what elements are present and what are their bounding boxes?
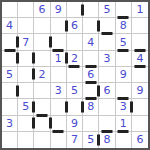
- sudoku-cell-r4c8[interactable]: [132, 67, 148, 83]
- sudoku-cell-r7c0[interactable]: 3: [2, 116, 18, 132]
- sudoku-cell-r3c4[interactable]: 2: [67, 51, 83, 67]
- sudoku-cell-r8c5[interactable]: 5: [83, 132, 99, 148]
- given-digit: 5: [120, 37, 127, 48]
- given-digit: 7: [22, 37, 29, 48]
- consecutive-marker-vertical: [130, 101, 133, 112]
- sudoku-cell-r5c1[interactable]: [18, 83, 34, 99]
- consecutive-marker-vertical: [97, 134, 100, 145]
- given-digit: 9: [136, 85, 143, 96]
- sudoku-board: 69514687451234526935695833917586: [0, 0, 150, 150]
- given-digit: 6: [103, 85, 110, 96]
- consecutive-marker-vertical: [16, 85, 19, 96]
- given-digit: 5: [87, 134, 94, 145]
- given-digit: 5: [103, 4, 110, 15]
- given-digit: 1: [120, 118, 127, 129]
- sudoku-cell-r0c2[interactable]: 6: [34, 2, 50, 18]
- consecutive-marker-vertical: [16, 37, 19, 48]
- sudoku-cell-r0c1[interactable]: [18, 2, 34, 18]
- given-digit: 5: [6, 69, 13, 80]
- given-digit: 7: [71, 134, 78, 145]
- sudoku-cell-r2c4[interactable]: [67, 34, 83, 50]
- sudoku-cell-r7c1[interactable]: [18, 116, 34, 132]
- sudoku-cell-r7c7[interactable]: 1: [116, 116, 132, 132]
- sudoku-cell-r5c4[interactable]: 5: [67, 83, 83, 99]
- given-digit: 5: [71, 85, 78, 96]
- sudoku-cell-r0c6[interactable]: 5: [99, 2, 115, 18]
- consecutive-marker-vertical: [32, 69, 35, 80]
- sudoku-cell-r3c7[interactable]: [116, 51, 132, 67]
- consecutive-marker-horizontal: [37, 114, 48, 117]
- sudoku-cell-r7c5[interactable]: [83, 116, 99, 132]
- given-digit: 8: [87, 101, 94, 112]
- given-digit: 6: [71, 20, 78, 31]
- sudoku-cell-r2c0[interactable]: [2, 34, 18, 50]
- consecutive-marker-horizontal: [53, 49, 64, 52]
- sudoku-cell-r2c2[interactable]: [34, 34, 50, 50]
- sudoku-cell-r1c2[interactable]: [34, 18, 50, 34]
- sudoku-cell-r1c1[interactable]: [18, 18, 34, 34]
- sudoku-cell-r7c3[interactable]: [51, 116, 67, 132]
- given-digit: 8: [103, 134, 110, 145]
- consecutive-marker-vertical: [81, 4, 84, 15]
- sudoku-cell-r4c1[interactable]: [18, 67, 34, 83]
- sudoku-cell-r1c6[interactable]: [99, 18, 115, 34]
- sudoku-cell-r3c8[interactable]: 4: [132, 51, 148, 67]
- sudoku-cell-r0c8[interactable]: 1: [132, 2, 148, 18]
- consecutive-marker-vertical: [65, 101, 68, 112]
- sudoku-cell-r7c8[interactable]: [132, 116, 148, 132]
- consecutive-marker-vertical: [49, 37, 52, 48]
- sudoku-cell-r2c6[interactable]: [99, 34, 115, 50]
- consecutive-marker-horizontal: [85, 97, 96, 100]
- given-digit: 2: [39, 69, 46, 80]
- consecutive-sudoku-puzzle: 69514687451234526935695833917586: [0, 0, 150, 150]
- sudoku-cell-r4c0[interactable]: 5: [2, 67, 18, 83]
- sudoku-cell-r6c3[interactable]: [51, 99, 67, 115]
- consecutive-marker-horizontal: [118, 16, 129, 19]
- sudoku-cell-r2c1[interactable]: 7: [18, 34, 34, 50]
- sudoku-cell-r6c5[interactable]: 8: [83, 99, 99, 115]
- sudoku-cell-r5c7[interactable]: [116, 83, 132, 99]
- sudoku-cell-r8c6[interactable]: 8: [99, 132, 115, 148]
- sudoku-cell-r7c2[interactable]: [34, 116, 50, 132]
- sudoku-cell-r6c7[interactable]: 3: [116, 99, 132, 115]
- sudoku-cell-r4c2[interactable]: 2: [34, 67, 50, 83]
- given-digit: 8: [120, 20, 127, 31]
- sudoku-cell-r3c0[interactable]: [2, 51, 18, 67]
- sudoku-cell-r1c3[interactable]: [51, 18, 67, 34]
- sudoku-cell-r5c5[interactable]: [83, 83, 99, 99]
- sudoku-cell-r4c3[interactable]: [51, 67, 67, 83]
- given-digit: 9: [120, 69, 127, 80]
- sudoku-cell-r1c0[interactable]: 4: [2, 18, 18, 34]
- consecutive-marker-horizontal: [118, 97, 129, 100]
- consecutive-marker-vertical: [16, 53, 19, 64]
- sudoku-cell-r6c6[interactable]: [99, 99, 115, 115]
- sudoku-cell-r1c4[interactable]: 6: [67, 18, 83, 34]
- given-digit: 6: [87, 69, 94, 80]
- consecutive-marker-horizontal: [101, 130, 112, 133]
- consecutive-marker-horizontal: [85, 81, 96, 84]
- consecutive-marker-horizontal: [69, 65, 80, 68]
- sudoku-cell-r5c3[interactable]: 3: [51, 83, 67, 99]
- sudoku-cell-r8c0[interactable]: [2, 132, 18, 148]
- given-digit: 5: [22, 101, 29, 112]
- sudoku-cell-r5c6[interactable]: 6: [99, 83, 115, 99]
- consecutive-marker-horizontal: [134, 65, 145, 68]
- sudoku-cell-r0c5[interactable]: [83, 2, 99, 18]
- given-digit: 9: [71, 118, 78, 129]
- sudoku-cell-r4c6[interactable]: [99, 67, 115, 83]
- consecutive-marker-vertical: [97, 20, 100, 31]
- sudoku-cell-r1c7[interactable]: 8: [116, 18, 132, 34]
- sudoku-cell-r8c8[interactable]: 6: [132, 132, 148, 148]
- given-digit: 6: [39, 4, 46, 15]
- sudoku-cell-r4c7[interactable]: 9: [116, 67, 132, 83]
- sudoku-cell-r5c2[interactable]: [34, 83, 50, 99]
- sudoku-cell-r3c1[interactable]: [18, 51, 34, 67]
- sudoku-cell-r2c8[interactable]: [132, 34, 148, 50]
- given-digit: 3: [120, 101, 127, 112]
- sudoku-cell-r8c1[interactable]: [18, 132, 34, 148]
- sudoku-cell-r1c8[interactable]: [132, 18, 148, 34]
- consecutive-marker-horizontal: [53, 130, 64, 133]
- sudoku-cell-r3c6[interactable]: 3: [99, 51, 115, 67]
- consecutive-marker-vertical: [32, 53, 35, 64]
- consecutive-marker-vertical: [97, 85, 100, 96]
- given-digit: 9: [55, 4, 62, 15]
- consecutive-marker-vertical: [49, 118, 52, 129]
- consecutive-marker-vertical: [65, 53, 68, 64]
- sudoku-cell-r8c3[interactable]: [51, 132, 67, 148]
- sudoku-cell-r0c7[interactable]: [116, 2, 132, 18]
- sudoku-cell-r0c4[interactable]: [67, 2, 83, 18]
- consecutive-marker-vertical: [32, 118, 35, 129]
- consecutive-marker-horizontal: [118, 130, 129, 133]
- given-digit: 4: [136, 53, 143, 64]
- given-digit: 3: [103, 53, 110, 64]
- consecutive-marker-horizontal: [134, 49, 145, 52]
- consecutive-marker-horizontal: [85, 65, 96, 68]
- sudoku-cell-r6c0[interactable]: [2, 99, 18, 115]
- sudoku-cell-r0c0[interactable]: [2, 2, 18, 18]
- sudoku-cell-r5c8[interactable]: 9: [132, 83, 148, 99]
- given-digit: 3: [6, 118, 13, 129]
- consecutive-marker-horizontal: [101, 32, 112, 35]
- sudoku-cell-r8c4[interactable]: 7: [67, 132, 83, 148]
- sudoku-cell-r7c6[interactable]: [99, 116, 115, 132]
- consecutive-marker-vertical: [81, 101, 84, 112]
- sudoku-cell-r4c5[interactable]: 6: [83, 67, 99, 83]
- sudoku-cell-r6c2[interactable]: [34, 99, 50, 115]
- consecutive-marker-vertical: [65, 20, 68, 31]
- consecutive-marker-horizontal: [118, 49, 129, 52]
- sudoku-cell-r1c5[interactable]: [83, 18, 99, 34]
- sudoku-cell-r2c7[interactable]: 5: [116, 34, 132, 50]
- given-digit: 6: [136, 134, 143, 145]
- sudoku-cell-r2c3[interactable]: [51, 34, 67, 50]
- sudoku-cell-r6c4[interactable]: [67, 99, 83, 115]
- sudoku-cell-r3c5[interactable]: [83, 51, 99, 67]
- sudoku-cell-r6c8[interactable]: [132, 99, 148, 115]
- sudoku-cell-r0c3[interactable]: 9: [51, 2, 67, 18]
- given-digit: 2: [71, 53, 78, 64]
- given-digit: 3: [55, 85, 62, 96]
- sudoku-cell-r5c0[interactable]: [2, 83, 18, 99]
- consecutive-marker-vertical: [32, 101, 35, 112]
- sudoku-cell-r2c5[interactable]: 4: [83, 34, 99, 50]
- sudoku-cell-r4c4[interactable]: [67, 67, 83, 83]
- sudoku-cell-r8c7[interactable]: [116, 132, 132, 148]
- given-digit: 4: [87, 37, 94, 48]
- sudoku-cell-r7c4[interactable]: 9: [67, 116, 83, 132]
- sudoku-cell-r6c1[interactable]: 5: [18, 99, 34, 115]
- given-digit: 1: [55, 53, 62, 64]
- consecutive-marker-horizontal: [4, 49, 15, 52]
- sudoku-cell-r8c2[interactable]: [34, 132, 50, 148]
- given-digit: 1: [136, 4, 143, 15]
- sudoku-cell-r3c2[interactable]: [34, 51, 50, 67]
- given-digit: 4: [6, 20, 13, 31]
- sudoku-cell-r3c3[interactable]: 1: [51, 51, 67, 67]
